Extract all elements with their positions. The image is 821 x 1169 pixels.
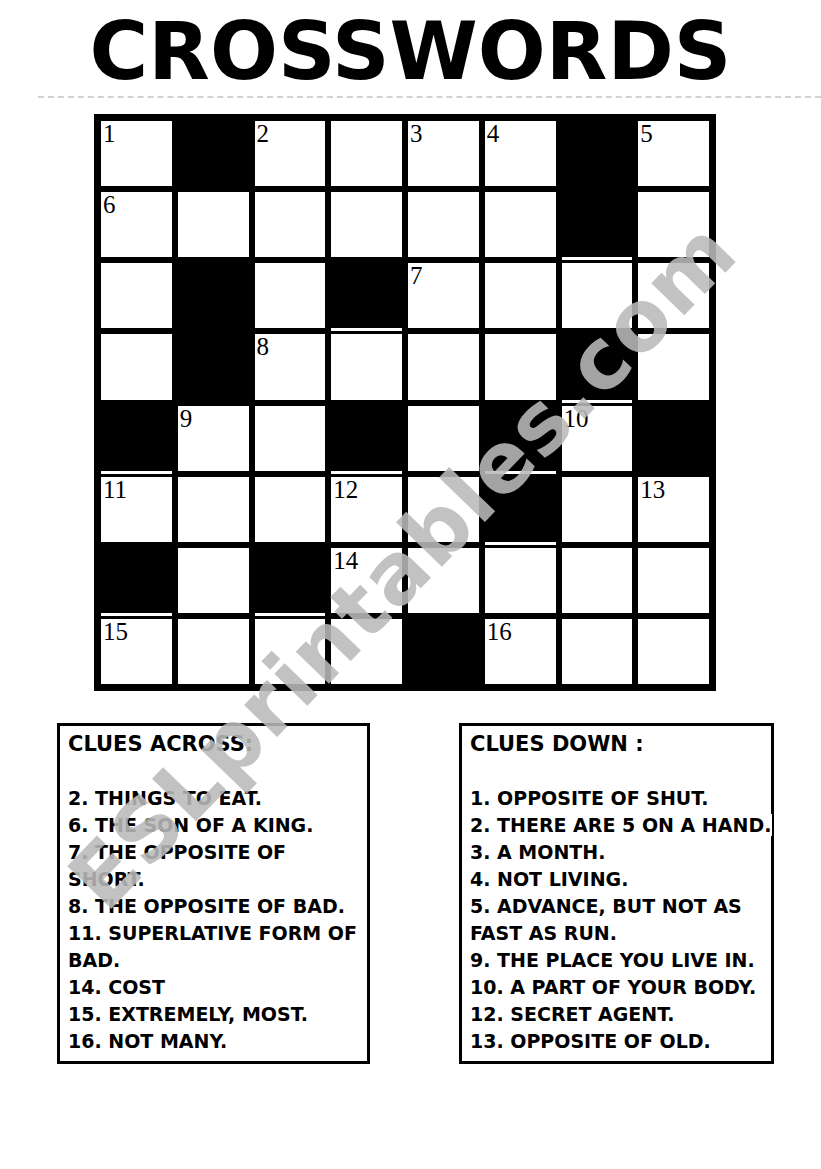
- grid-cell[interactable]: [638, 334, 709, 399]
- grid-cell[interactable]: [638, 619, 709, 684]
- clue-item: 3. A MONTH.: [469, 839, 764, 866]
- clue-item: 13. OPPOSITE OF OLD.: [469, 1028, 764, 1055]
- cell-number: 14: [333, 548, 358, 573]
- grid-cell-block: [331, 406, 402, 471]
- grid-cell[interactable]: 1: [101, 121, 172, 186]
- clues-down-box: CLUES DOWN : 1. OPPOSITE OF SHUT.2. THER…: [459, 723, 774, 1064]
- cell-number: 16: [487, 619, 512, 644]
- clue-item: 2. THERE ARE 5 ON A HAND.: [469, 812, 764, 839]
- clue-item: 11. SUPERLATIVE FORM OF: [67, 920, 360, 947]
- grid-cell[interactable]: [638, 192, 709, 257]
- grid-cell[interactable]: [562, 619, 633, 684]
- clue-item: 10. A PART OF YOUR BODY.: [469, 974, 764, 1001]
- clue-item: 1. OPPOSITE OF SHUT.: [469, 785, 764, 812]
- grid-cell[interactable]: [255, 477, 326, 542]
- grid-cell[interactable]: [255, 619, 326, 684]
- grid-cell[interactable]: 10: [562, 406, 633, 471]
- grid-cell-block: [638, 406, 709, 471]
- clue-item: 9. THE PLACE YOU LIVE IN.: [469, 947, 764, 974]
- clue-item: 8. THE OPPOSITE OF BAD.: [67, 893, 360, 920]
- grid-cell[interactable]: [331, 192, 402, 257]
- grid-cell[interactable]: [331, 334, 402, 399]
- clue-item-continuation: FAST AS RUN.: [469, 920, 764, 947]
- clue-item-continuation: SHORT.: [67, 866, 360, 893]
- grid-cell[interactable]: 7: [408, 263, 479, 328]
- grid-cell-block: [562, 192, 633, 257]
- grid-cell[interactable]: 15: [101, 619, 172, 684]
- grid-cell[interactable]: [331, 619, 402, 684]
- grid-cell[interactable]: [485, 192, 556, 257]
- clues-down-list: 1. OPPOSITE OF SHUT.2. THERE ARE 5 ON A …: [469, 785, 764, 1055]
- grid-cell[interactable]: [408, 192, 479, 257]
- worksheet-page: CROSSWORDS 12345678910111213141516 ESLpr…: [0, 0, 821, 1169]
- grid-cell[interactable]: [408, 477, 479, 542]
- clue-item: 7. THE OPPOSITE OF: [67, 839, 360, 866]
- cell-number: 13: [640, 477, 665, 502]
- grid-cell[interactable]: [178, 192, 249, 257]
- grid-cell[interactable]: [178, 619, 249, 684]
- grid-cell-block: [255, 548, 326, 613]
- grid-cell-block: [331, 263, 402, 328]
- clue-item: 4. NOT LIVING.: [469, 866, 764, 893]
- clue-item: 6. THE SON OF A KING.: [67, 812, 360, 839]
- clues-across-title: CLUES ACROSS:: [67, 731, 360, 758]
- cell-number: 8: [257, 334, 270, 359]
- cell-number: 3: [410, 121, 423, 146]
- clues-down-title: CLUES DOWN :: [469, 731, 764, 758]
- grid-cell-block: [178, 263, 249, 328]
- clue-item: 12. SECRET AGENT.: [469, 1001, 764, 1028]
- grid-cell[interactable]: [101, 334, 172, 399]
- cell-number: 15: [103, 619, 128, 644]
- grid-cell[interactable]: 9: [178, 406, 249, 471]
- grid-cell[interactable]: [331, 121, 402, 186]
- grid-cell[interactable]: 8: [255, 334, 326, 399]
- grid-cell[interactable]: [638, 548, 709, 613]
- cell-number: 9: [180, 406, 193, 431]
- grid-cell[interactable]: [255, 192, 326, 257]
- cell-number: 5: [640, 121, 653, 146]
- grid-cell[interactable]: [562, 477, 633, 542]
- grid-cell-block: [101, 406, 172, 471]
- clue-item: 5. ADVANCE, BUT NOT AS: [469, 893, 764, 920]
- cell-number: 10: [564, 406, 589, 431]
- grid-cell-block: [408, 619, 479, 684]
- grid-cell[interactable]: [562, 263, 633, 328]
- grid-cell-block: [562, 121, 633, 186]
- cell-number: 1: [103, 121, 116, 146]
- grid-cell-block: [101, 548, 172, 613]
- grid-cell[interactable]: 14: [331, 548, 402, 613]
- cell-number: 2: [257, 121, 270, 146]
- clue-item: 14. COST: [67, 974, 360, 1001]
- grid-cell-block: [178, 334, 249, 399]
- grid-cell[interactable]: 16: [485, 619, 556, 684]
- grid-cell-block: [485, 406, 556, 471]
- cell-number: 12: [333, 477, 358, 502]
- grid-cell[interactable]: [638, 263, 709, 328]
- cell-number: 11: [103, 477, 127, 502]
- grid-cell[interactable]: [408, 334, 479, 399]
- grid-cell[interactable]: [408, 406, 479, 471]
- clue-item: 2. THINGS TO EAT.: [67, 785, 360, 812]
- clue-item-continuation: BAD.: [67, 947, 360, 974]
- cell-number: 7: [410, 263, 423, 288]
- clues-across-box: CLUES ACROSS: 2. THINGS TO EAT.6. THE SO…: [57, 723, 370, 1064]
- grid-cell[interactable]: 13: [638, 477, 709, 542]
- clue-item: 15. EXTREMELY, MOST.: [67, 1001, 360, 1028]
- grid-cell-block: [562, 334, 633, 399]
- grid-cell[interactable]: [485, 263, 556, 328]
- grid-cell[interactable]: [178, 548, 249, 613]
- grid-cell[interactable]: [178, 477, 249, 542]
- grid-cell[interactable]: [562, 548, 633, 613]
- grid-cell[interactable]: [485, 334, 556, 399]
- grid-cell[interactable]: 4: [485, 121, 556, 186]
- grid-cell[interactable]: [255, 263, 326, 328]
- page-title: CROSSWORDS: [0, 10, 821, 94]
- cell-number: 6: [103, 192, 116, 217]
- grid-cell[interactable]: 2: [255, 121, 326, 186]
- grid-cell[interactable]: 5: [638, 121, 709, 186]
- grid-cell[interactable]: [408, 548, 479, 613]
- clue-item: 16. NOT MANY.: [67, 1028, 360, 1055]
- cell-number: 4: [487, 121, 500, 146]
- grid-cell[interactable]: 11: [101, 477, 172, 542]
- grid-cell[interactable]: [101, 263, 172, 328]
- grid-cell[interactable]: [485, 548, 556, 613]
- clues-across-list: 2. THINGS TO EAT.6. THE SON OF A KING.7.…: [67, 785, 360, 1055]
- grid-cell[interactable]: 12: [331, 477, 402, 542]
- grid-cell[interactable]: 6: [101, 192, 172, 257]
- grid-cell-block: [178, 121, 249, 186]
- crossword-grid: 12345678910111213141516: [94, 114, 716, 691]
- grid-cell-block: [485, 477, 556, 542]
- grid-cell[interactable]: [255, 406, 326, 471]
- grid-cell[interactable]: 3: [408, 121, 479, 186]
